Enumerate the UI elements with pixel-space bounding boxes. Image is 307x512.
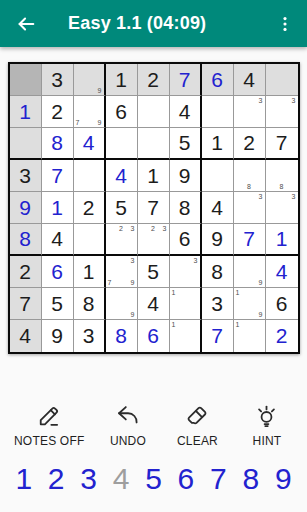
- cell-r2c3[interactable]: 79: [74, 96, 106, 128]
- note-digit: 3: [254, 193, 263, 203]
- user-digit: 2: [276, 324, 288, 348]
- user-digit: 6: [211, 68, 223, 92]
- user-digit: 8: [51, 131, 63, 155]
- eraser-icon: [184, 402, 211, 429]
- cell-r2c9[interactable]: 3: [266, 96, 298, 128]
- cell-r3c5[interactable]: [138, 128, 170, 160]
- number-pad: 123456789: [8, 461, 300, 497]
- cell-r1c4[interactable]: 1: [106, 64, 138, 96]
- given-digit: 4: [179, 100, 191, 124]
- cell-r2c7[interactable]: [202, 96, 234, 128]
- given-digit: 1: [83, 260, 95, 284]
- cell-r4c5[interactable]: 1: [138, 160, 170, 192]
- given-digit: 3: [19, 164, 31, 188]
- cell-r2c5[interactable]: [138, 96, 170, 128]
- given-digit: 5: [51, 292, 63, 316]
- notes-toggle-button[interactable]: NOTES OFF: [14, 402, 84, 448]
- cell-r4c3[interactable]: [74, 160, 106, 192]
- given-digit: 8: [179, 196, 191, 220]
- arrow-left-icon: [15, 13, 37, 35]
- numpad-digit-1[interactable]: 1: [8, 461, 40, 497]
- cell-r7c9[interactable]: 4: [266, 256, 298, 288]
- cell-r9c8[interactable]: 1: [234, 320, 266, 352]
- given-digit: 2: [83, 196, 95, 220]
- cell-r4c8[interactable]: 8: [234, 160, 266, 192]
- user-digit: 6: [51, 260, 63, 284]
- pencil-notes: 79: [74, 96, 104, 127]
- cell-r2c6[interactable]: 4: [170, 96, 202, 128]
- user-digit: 4: [115, 164, 127, 188]
- overflow-menu-button[interactable]: [273, 12, 297, 36]
- cell-r9c2[interactable]: 9: [42, 320, 74, 352]
- cell-r1c2[interactable]: 3: [42, 64, 74, 96]
- cell-r7c8[interactable]: 9: [234, 256, 266, 288]
- cell-r3c4[interactable]: [106, 128, 138, 160]
- cell-r7c4[interactable]: 379: [106, 256, 138, 288]
- pencil-notes: 1: [170, 288, 200, 319]
- given-digit: 4: [147, 292, 159, 316]
- note-digit: 9: [93, 84, 102, 94]
- given-digit: 5: [147, 260, 159, 284]
- cell-r7c3[interactable]: 1: [74, 256, 106, 288]
- given-digit: 4: [51, 227, 63, 251]
- undo-button[interactable]: UNDO: [102, 402, 154, 448]
- note-digit: 1: [236, 289, 245, 299]
- page-title: Easy 1.1 (04:09): [68, 13, 206, 34]
- cell-r6c3[interactable]: [74, 224, 106, 256]
- user-digit: 6: [147, 324, 159, 348]
- note-digit: 3: [286, 193, 295, 203]
- cell-r5c4[interactable]: 5: [106, 192, 138, 224]
- pencil-notes: 19: [234, 288, 265, 319]
- cell-r1c7[interactable]: 6: [202, 64, 234, 96]
- cell-r8c7[interactable]: 3: [202, 288, 234, 320]
- pencil-notes: 9: [234, 256, 265, 287]
- numpad-digit-5[interactable]: 5: [137, 461, 169, 497]
- note-digit: 9: [254, 276, 263, 286]
- given-digit: 6: [276, 292, 288, 316]
- cell-r3c2[interactable]: 8: [42, 128, 74, 160]
- user-digit: 7: [179, 68, 191, 92]
- cell-r6c7[interactable]: 9: [202, 224, 234, 256]
- cell-r1c9[interactable]: [266, 64, 298, 96]
- cell-r7c6[interactable]: 3: [170, 256, 202, 288]
- note-digit: 3: [189, 257, 198, 267]
- note-digit: 7: [76, 116, 85, 126]
- pencil-notes: 379: [106, 256, 137, 287]
- cell-r6c8[interactable]: 7: [234, 224, 266, 256]
- given-digit: 3: [211, 292, 223, 316]
- cell-r8c6[interactable]: 1: [170, 288, 202, 320]
- given-digit: 2: [51, 100, 63, 124]
- cell-r2c4[interactable]: 6: [106, 96, 138, 128]
- pencil-notes: 8: [266, 160, 298, 191]
- user-digit: 4: [83, 131, 95, 155]
- cell-r9c5[interactable]: 6: [138, 320, 170, 352]
- cell-r1c8[interactable]: 4: [234, 64, 266, 96]
- user-digit: 1: [19, 100, 31, 124]
- cell-r1c1[interactable]: [10, 64, 42, 96]
- note-digit: 1: [172, 289, 181, 299]
- given-digit: 6: [179, 227, 191, 251]
- given-digit: 3: [83, 324, 95, 348]
- undo-arrow-icon: [114, 402, 141, 429]
- user-digit: 7: [51, 164, 63, 188]
- cell-r6c5[interactable]: 23: [138, 224, 170, 256]
- clear-button[interactable]: CLEAR: [171, 402, 223, 448]
- given-digit: 5: [179, 131, 191, 155]
- note-digit: 3: [158, 225, 167, 234]
- given-digit: 2: [147, 68, 159, 92]
- given-digit: 1: [147, 164, 159, 188]
- cell-r9c4[interactable]: 8: [106, 320, 138, 352]
- note-digit: 2: [117, 225, 126, 234]
- user-digit: 8: [19, 227, 31, 251]
- given-digit: 9: [51, 324, 63, 348]
- cell-r7c7[interactable]: 8: [202, 256, 234, 288]
- app-bar: Easy 1.1 (04:09): [0, 0, 307, 47]
- pencil-notes: 3: [234, 96, 265, 127]
- cell-r4c2[interactable]: 7: [42, 160, 74, 192]
- user-digit: 8: [115, 324, 127, 348]
- given-digit: 9: [179, 164, 191, 188]
- cell-r5c3[interactable]: 2: [74, 192, 106, 224]
- cell-r5c1[interactable]: 9: [10, 192, 42, 224]
- cell-r5c2[interactable]: 1: [42, 192, 74, 224]
- given-digit: 8: [83, 292, 95, 316]
- note-digit: 8: [245, 180, 254, 190]
- user-digit: 9: [19, 196, 31, 220]
- cell-r4c9[interactable]: 8: [266, 160, 298, 192]
- pencil-notes: 9: [74, 64, 104, 95]
- given-digit: 3: [51, 68, 63, 92]
- note-digit: 9: [254, 308, 263, 318]
- cell-r8c8[interactable]: 19: [234, 288, 266, 320]
- numpad-digit-6[interactable]: 6: [170, 461, 202, 497]
- pencil-notes: 3: [266, 192, 298, 223]
- sudoku-board: 3912764127964338451273741988912578433842…: [8, 62, 300, 354]
- given-digit: 7: [276, 131, 288, 155]
- cell-r7c1[interactable]: 2: [10, 256, 42, 288]
- pencil-notes: 23: [106, 224, 137, 254]
- cell-r4c6[interactable]: 9: [170, 160, 202, 192]
- cell-r2c1[interactable]: 1: [10, 96, 42, 128]
- cell-r5c6[interactable]: 8: [170, 192, 202, 224]
- pencil-notes: 8: [234, 160, 265, 191]
- note-digit: 3: [254, 97, 263, 107]
- cell-r9c1[interactable]: 4: [10, 320, 42, 352]
- user-digit: 1: [51, 196, 63, 220]
- cell-r5c9[interactable]: 3: [266, 192, 298, 224]
- hint-label: HINT: [253, 434, 282, 448]
- given-digit: 2: [243, 131, 255, 155]
- cell-r5c8[interactable]: 3: [234, 192, 266, 224]
- cell-r6c6[interactable]: 6: [170, 224, 202, 256]
- given-digit: 1: [211, 131, 223, 155]
- cell-r1c5[interactable]: 2: [138, 64, 170, 96]
- note-digit: 9: [126, 308, 135, 318]
- user-digit: 7: [243, 227, 255, 251]
- given-digit: 4: [211, 196, 223, 220]
- numpad-digit-7[interactable]: 7: [202, 461, 234, 497]
- note-digit: 3: [126, 257, 135, 267]
- cell-r9c6[interactable]: 1: [170, 320, 202, 352]
- pencil-notes: 3: [234, 192, 265, 223]
- cell-r6c4[interactable]: 23: [106, 224, 138, 256]
- pencil-notes: 23: [138, 224, 169, 254]
- user-digit: 4: [276, 260, 288, 284]
- toolbar: NOTES OFF UNDO CLEAR HINT: [14, 402, 293, 448]
- note-digit: 9: [126, 276, 135, 286]
- note-digit: 3: [286, 97, 295, 107]
- pencil-notes: 1: [170, 320, 200, 352]
- cell-r5c7[interactable]: 4: [202, 192, 234, 224]
- cell-r7c5[interactable]: 5: [138, 256, 170, 288]
- cell-r8c5[interactable]: 4: [138, 288, 170, 320]
- cell-r3c3[interactable]: 4: [74, 128, 106, 160]
- cell-r3c8[interactable]: 2: [234, 128, 266, 160]
- three-dot-menu-icon: [275, 14, 295, 34]
- pencil-notes: 9: [106, 288, 137, 319]
- undo-label: UNDO: [110, 434, 146, 448]
- cell-r7c2[interactable]: 6: [42, 256, 74, 288]
- cell-r5c5[interactable]: 7: [138, 192, 170, 224]
- cell-r3c7[interactable]: 1: [202, 128, 234, 160]
- given-digit: 8: [211, 260, 223, 284]
- cell-r1c3[interactable]: 9: [74, 64, 106, 96]
- pencil-notes: 3: [170, 256, 200, 287]
- cell-r8c2[interactable]: 5: [42, 288, 74, 320]
- cell-r9c9[interactable]: 2: [266, 320, 298, 352]
- cell-r2c8[interactable]: 3: [234, 96, 266, 128]
- given-digit: 4: [19, 324, 31, 348]
- numpad-digit-3[interactable]: 3: [72, 461, 104, 497]
- note-digit: 1: [236, 321, 245, 331]
- cell-r3c1[interactable]: [10, 128, 42, 160]
- cell-r9c7[interactable]: 7: [202, 320, 234, 352]
- given-digit: 7: [19, 292, 31, 316]
- numpad-digit-2[interactable]: 2: [40, 461, 72, 497]
- cell-r8c9[interactable]: 6: [266, 288, 298, 320]
- cell-r9c3[interactable]: 3: [74, 320, 106, 352]
- cell-r8c3[interactable]: 8: [74, 288, 106, 320]
- note-digit: 2: [149, 225, 158, 234]
- pencil-notes: 1: [234, 320, 265, 352]
- notes-toggle-label: NOTES OFF: [14, 434, 84, 448]
- cell-r8c4[interactable]: 9: [106, 288, 138, 320]
- cell-r3c9[interactable]: 7: [266, 128, 298, 160]
- cell-r6c1[interactable]: 8: [10, 224, 42, 256]
- pencil-notes: 3: [266, 96, 298, 127]
- clear-label: CLEAR: [177, 434, 218, 448]
- numpad-digit-9[interactable]: 9: [267, 461, 299, 497]
- given-digit: 5: [115, 196, 127, 220]
- note-digit: 7: [108, 276, 117, 286]
- cell-r6c2[interactable]: 4: [42, 224, 74, 256]
- given-digit: 9: [211, 227, 223, 251]
- cell-r8c1[interactable]: 7: [10, 288, 42, 320]
- cell-r4c4[interactable]: 4: [106, 160, 138, 192]
- cell-r2c2[interactable]: 2: [42, 96, 74, 128]
- lightbulb-icon: [253, 402, 280, 429]
- cell-r4c7[interactable]: [202, 160, 234, 192]
- hint-button[interactable]: HINT: [241, 402, 293, 448]
- cell-r1c6[interactable]: 7: [170, 64, 202, 96]
- numpad-digit-4[interactable]: 4: [105, 461, 137, 497]
- note-digit: 1: [172, 321, 181, 331]
- cell-r3c6[interactable]: 5: [170, 128, 202, 160]
- cell-r4c1[interactable]: 3: [10, 160, 42, 192]
- note-digit: 3: [126, 225, 135, 234]
- pencil-icon: [36, 402, 63, 429]
- given-digit: 2: [19, 260, 31, 284]
- note-digit: 9: [93, 116, 102, 126]
- given-digit: 4: [243, 68, 255, 92]
- user-digit: 1: [276, 227, 288, 251]
- numpad-digit-8[interactable]: 8: [235, 461, 267, 497]
- given-digit: 6: [115, 100, 127, 124]
- user-digit: 7: [211, 324, 223, 348]
- back-button[interactable]: [14, 12, 38, 36]
- cell-r6c9[interactable]: 1: [266, 224, 298, 256]
- given-digit: 7: [147, 196, 159, 220]
- note-digit: 8: [277, 180, 286, 190]
- given-digit: 1: [115, 68, 127, 92]
